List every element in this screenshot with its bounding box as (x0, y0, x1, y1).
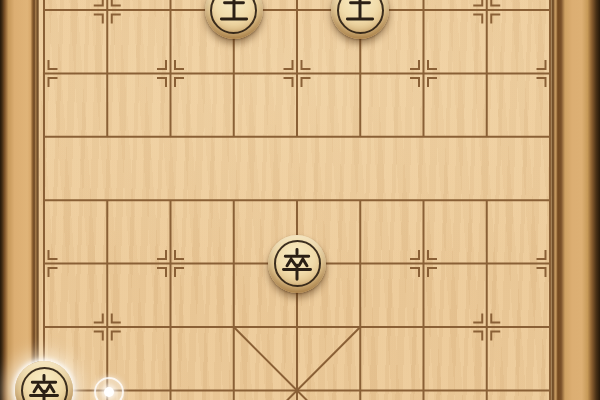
soldier-character-glyph (26, 372, 62, 400)
piece-black-soldier-a2[interactable] (15, 361, 73, 400)
piece-black-advisor-f8[interactable] (331, 0, 389, 39)
advisor-character-glyph (342, 0, 378, 28)
piece-layer (0, 0, 600, 400)
advisor-character-glyph (216, 0, 252, 28)
piece-black-advisor-d8[interactable] (205, 0, 263, 39)
xiangqi-board (0, 0, 600, 400)
piece-black-soldier-e4[interactable] (268, 235, 326, 293)
soldier-character-glyph (279, 246, 315, 282)
